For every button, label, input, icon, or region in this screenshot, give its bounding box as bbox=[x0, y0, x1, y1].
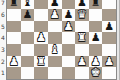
square-c6[interactable] bbox=[34, 9, 48, 21]
square-f2[interactable]: ♟ bbox=[75, 56, 89, 68]
square-h2[interactable]: ♟ bbox=[102, 56, 116, 68]
chess-diagram: 7654321 ♜♝♟♟♜♟♟♟♛♟♟♟♜♟♝♟♜♟♟♟♚ bbox=[0, 0, 120, 80]
rank-label-7: 7 bbox=[0, 0, 6, 6]
square-c2[interactable]: ♜ bbox=[34, 56, 48, 68]
rank-label-4: 4 bbox=[0, 35, 6, 41]
square-a3[interactable] bbox=[7, 44, 21, 56]
white-pawn[interactable]: ♟ bbox=[9, 56, 19, 68]
black-pawn[interactable]: ♟ bbox=[91, 32, 101, 44]
square-d3[interactable]: ♝ bbox=[48, 44, 62, 56]
rank-label-column: 7654321 bbox=[0, 0, 6, 80]
square-e2[interactable] bbox=[62, 56, 76, 68]
square-a5[interactable] bbox=[7, 21, 21, 33]
rank-label-1: 1 bbox=[0, 70, 6, 76]
white-pawn[interactable]: ♟ bbox=[36, 32, 46, 44]
square-a1[interactable] bbox=[7, 67, 21, 79]
square-h1[interactable] bbox=[102, 67, 116, 79]
square-h5[interactable]: ♟ bbox=[102, 21, 116, 33]
black-pawn[interactable]: ♟ bbox=[23, 9, 33, 21]
square-c7[interactable] bbox=[34, 0, 48, 9]
square-h3[interactable] bbox=[102, 44, 116, 56]
square-g1[interactable]: ♚ bbox=[89, 67, 103, 79]
square-g3[interactable] bbox=[89, 44, 103, 56]
square-d6[interactable]: ♟ bbox=[48, 9, 62, 21]
board-right-margin bbox=[117, 0, 120, 80]
square-a4[interactable] bbox=[7, 32, 21, 44]
square-e1[interactable] bbox=[62, 67, 76, 79]
rank-label-5: 5 bbox=[0, 24, 6, 30]
square-g7[interactable]: ♜ bbox=[89, 0, 103, 9]
square-g4[interactable]: ♟ bbox=[89, 32, 103, 44]
rank-label-6: 6 bbox=[0, 12, 6, 18]
square-c4[interactable]: ♟ bbox=[34, 32, 48, 44]
square-c3[interactable] bbox=[34, 44, 48, 56]
square-c1[interactable] bbox=[34, 67, 48, 79]
black-pawn[interactable]: ♟ bbox=[104, 21, 114, 33]
chess-board: ♜♝♟♟♜♟♟♟♛♟♟♟♜♟♝♟♜♟♟♟♚ bbox=[6, 0, 117, 80]
rank-label-3: 3 bbox=[0, 47, 6, 53]
square-e3[interactable] bbox=[62, 44, 76, 56]
square-d2[interactable] bbox=[48, 56, 62, 68]
square-b1[interactable] bbox=[21, 67, 35, 79]
white-pawn[interactable]: ♟ bbox=[77, 56, 87, 68]
square-b5[interactable] bbox=[21, 21, 35, 33]
square-d5[interactable] bbox=[48, 21, 62, 33]
white-bishop[interactable]: ♝ bbox=[50, 44, 60, 56]
white-king[interactable]: ♚ bbox=[91, 67, 101, 79]
white-queen[interactable]: ♛ bbox=[77, 9, 87, 21]
square-e4[interactable] bbox=[62, 32, 76, 44]
black-rook[interactable]: ♜ bbox=[9, 0, 19, 9]
white-rook[interactable]: ♜ bbox=[77, 32, 87, 44]
white-rook[interactable]: ♜ bbox=[36, 56, 46, 68]
square-h4[interactable] bbox=[102, 32, 116, 44]
square-a7[interactable]: ♜ bbox=[7, 0, 21, 9]
black-rook[interactable]: ♜ bbox=[91, 0, 101, 9]
square-d1[interactable] bbox=[48, 67, 62, 79]
square-f6[interactable]: ♛ bbox=[75, 9, 89, 21]
square-b2[interactable] bbox=[21, 56, 35, 68]
square-f4[interactable]: ♜ bbox=[75, 32, 89, 44]
square-g6[interactable] bbox=[89, 9, 103, 21]
square-b3[interactable] bbox=[21, 44, 35, 56]
square-b6[interactable]: ♟ bbox=[21, 9, 35, 21]
rank-label-2: 2 bbox=[0, 59, 6, 65]
white-pawn[interactable]: ♟ bbox=[50, 9, 60, 21]
square-a2[interactable]: ♟ bbox=[7, 56, 21, 68]
square-f3[interactable] bbox=[75, 44, 89, 56]
square-a6[interactable] bbox=[7, 9, 21, 21]
white-pawn[interactable]: ♟ bbox=[63, 21, 73, 33]
white-pawn[interactable]: ♟ bbox=[104, 56, 114, 68]
square-b4[interactable] bbox=[21, 32, 35, 44]
square-e5[interactable]: ♟ bbox=[62, 21, 76, 33]
square-h7[interactable] bbox=[102, 0, 116, 9]
square-f1[interactable] bbox=[75, 67, 89, 79]
